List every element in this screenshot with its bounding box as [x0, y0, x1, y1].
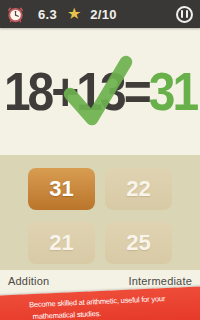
category-label: Addition [8, 275, 49, 287]
top-bar: 6.3 ★ 2/10 [0, 0, 200, 28]
answer-button-22[interactable]: 22 [105, 168, 172, 210]
pause-button[interactable] [176, 6, 193, 23]
answer-button-31[interactable]: 31 [28, 168, 95, 210]
timer-value: 6.3 [38, 7, 57, 22]
alarm-clock-icon [7, 6, 24, 23]
star-icon: ★ [67, 6, 81, 22]
pause-bar [181, 10, 184, 18]
answer-button-25[interactable]: 25 [105, 222, 172, 264]
answer-panel: 31 22 21 25 [0, 155, 200, 270]
pause-bar [186, 10, 189, 18]
answer-button-21[interactable]: 21 [28, 222, 95, 264]
equation-lhs: 18+13= [4, 62, 149, 121]
app-screen: 6.3 ★ 2/10 18+13=31 31 22 21 25 Addition… [0, 0, 200, 320]
equation: 18+13=31 [4, 61, 196, 123]
problem-area: 18+13=31 [0, 28, 200, 155]
score-value: 2/10 [90, 7, 117, 22]
difficulty-label: Intermediate [128, 275, 192, 287]
equation-answer: 31 [149, 62, 196, 121]
